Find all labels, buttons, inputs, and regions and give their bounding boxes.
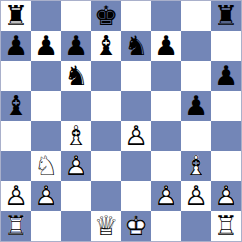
square-g8[interactable] xyxy=(181,1,211,31)
square-e3[interactable] xyxy=(121,151,151,181)
square-d5[interactable] xyxy=(91,91,121,121)
piece-outline: ♔ xyxy=(121,211,151,241)
piece-fill: ♟ xyxy=(211,61,241,91)
square-b6[interactable] xyxy=(31,61,61,91)
square-a3[interactable] xyxy=(1,151,31,181)
square-c2[interactable] xyxy=(61,181,91,211)
black-pawn[interactable]: ♟ xyxy=(1,31,31,61)
white-knight[interactable]: ♞♘ xyxy=(31,151,61,181)
black-pawn[interactable]: ♟ xyxy=(181,91,211,121)
square-f3[interactable] xyxy=(151,151,181,181)
square-h7[interactable] xyxy=(211,31,241,61)
square-d7[interactable]: ♝ xyxy=(91,31,121,61)
white-pawn[interactable]: ♟♙ xyxy=(181,181,211,211)
square-b8[interactable] xyxy=(31,1,61,31)
square-e8[interactable] xyxy=(121,1,151,31)
piece-outline: ♖ xyxy=(211,211,241,241)
square-b2[interactable]: ♟♙ xyxy=(31,181,61,211)
piece-outline: ♖ xyxy=(1,211,31,241)
white-pawn[interactable]: ♟♙ xyxy=(211,181,241,211)
square-d4[interactable] xyxy=(91,121,121,151)
square-h4[interactable] xyxy=(211,121,241,151)
piece-outline: ♙ xyxy=(121,121,151,151)
square-a7[interactable]: ♟ xyxy=(1,31,31,61)
square-c1[interactable] xyxy=(61,211,91,241)
piece-fill: ♝ xyxy=(1,91,31,121)
white-rook[interactable]: ♜♖ xyxy=(211,211,241,241)
black-bishop[interactable]: ♝ xyxy=(91,31,121,61)
square-c6[interactable]: ♞ xyxy=(61,61,91,91)
square-h3[interactable] xyxy=(211,151,241,181)
square-f7[interactable]: ♟ xyxy=(151,31,181,61)
square-c5[interactable] xyxy=(61,91,91,121)
black-pawn[interactable]: ♟ xyxy=(211,61,241,91)
piece-outline: ♙ xyxy=(211,181,241,211)
piece-fill: ♝ xyxy=(91,31,121,61)
piece-outline: ♕ xyxy=(91,211,121,241)
square-g4[interactable] xyxy=(181,121,211,151)
piece-outline: ♙ xyxy=(31,181,61,211)
black-rook[interactable]: ♜ xyxy=(211,1,241,31)
piece-outline: ♙ xyxy=(61,151,91,181)
piece-fill: ♟ xyxy=(61,31,91,61)
square-d2[interactable] xyxy=(91,181,121,211)
square-f1[interactable] xyxy=(151,211,181,241)
square-e1[interactable]: ♚♔ xyxy=(121,211,151,241)
white-pawn[interactable]: ♟♙ xyxy=(151,181,181,211)
square-f8[interactable] xyxy=(151,1,181,31)
square-c3[interactable]: ♟♙ xyxy=(61,151,91,181)
white-queen[interactable]: ♛♕ xyxy=(91,211,121,241)
white-pawn[interactable]: ♟♙ xyxy=(31,181,61,211)
square-h8[interactable]: ♜ xyxy=(211,1,241,31)
white-pawn[interactable]: ♟♙ xyxy=(121,121,151,151)
piece-outline: ♗ xyxy=(61,121,91,151)
square-f4[interactable] xyxy=(151,121,181,151)
piece-fill: ♜ xyxy=(211,1,241,31)
piece-outline: ♙ xyxy=(151,181,181,211)
square-e7[interactable]: ♞ xyxy=(121,31,151,61)
piece-outline: ♙ xyxy=(181,181,211,211)
square-g7[interactable] xyxy=(181,31,211,61)
square-g6[interactable] xyxy=(181,61,211,91)
piece-outline: ♙ xyxy=(1,181,31,211)
square-g2[interactable]: ♟♙ xyxy=(181,181,211,211)
piece-outline: ♗ xyxy=(181,151,211,181)
white-king[interactable]: ♚♔ xyxy=(121,211,151,241)
piece-fill: ♞ xyxy=(61,61,91,91)
square-e2[interactable] xyxy=(121,181,151,211)
piece-fill: ♟ xyxy=(31,31,61,61)
square-a1[interactable]: ♜♖ xyxy=(1,211,31,241)
piece-fill: ♞ xyxy=(121,31,151,61)
square-g5[interactable]: ♟ xyxy=(181,91,211,121)
black-knight[interactable]: ♞ xyxy=(61,61,91,91)
square-b7[interactable]: ♟ xyxy=(31,31,61,61)
square-e6[interactable] xyxy=(121,61,151,91)
square-f2[interactable]: ♟♙ xyxy=(151,181,181,211)
square-d3[interactable] xyxy=(91,151,121,181)
black-king[interactable]: ♚ xyxy=(91,1,121,31)
square-f5[interactable] xyxy=(151,91,181,121)
piece-outline: ♘ xyxy=(31,151,61,181)
piece-fill: ♟ xyxy=(1,31,31,61)
square-c7[interactable]: ♟ xyxy=(61,31,91,61)
piece-fill: ♟ xyxy=(151,31,181,61)
black-pawn[interactable]: ♟ xyxy=(151,31,181,61)
square-h1[interactable]: ♜♖ xyxy=(211,211,241,241)
black-pawn[interactable]: ♟ xyxy=(61,31,91,61)
square-d6[interactable] xyxy=(91,61,121,91)
square-c4[interactable]: ♝♗ xyxy=(61,121,91,151)
square-e5[interactable] xyxy=(121,91,151,121)
white-bishop[interactable]: ♝♗ xyxy=(181,151,211,181)
square-b4[interactable] xyxy=(31,121,61,151)
square-f6[interactable] xyxy=(151,61,181,91)
square-b3[interactable]: ♞♘ xyxy=(31,151,61,181)
square-h5[interactable] xyxy=(211,91,241,121)
square-g3[interactable]: ♝♗ xyxy=(181,151,211,181)
square-b5[interactable] xyxy=(31,91,61,121)
chess-board: ♜♚♜♟♟♟♝♞♟♞♟♝♟♝♗♟♙♞♘♟♙♝♗♟♙♟♙♟♙♟♙♟♙♜♖♛♕♚♔♜… xyxy=(0,0,242,242)
square-g1[interactable] xyxy=(181,211,211,241)
black-bishop[interactable]: ♝ xyxy=(1,91,31,121)
square-d1[interactable]: ♛♕ xyxy=(91,211,121,241)
square-a2[interactable]: ♟♙ xyxy=(1,181,31,211)
piece-fill: ♜ xyxy=(1,1,31,31)
square-a8[interactable]: ♜ xyxy=(1,1,31,31)
square-d8[interactable]: ♚ xyxy=(91,1,121,31)
square-h6[interactable]: ♟ xyxy=(211,61,241,91)
white-pawn[interactable]: ♟♙ xyxy=(61,151,91,181)
square-e4[interactable]: ♟♙ xyxy=(121,121,151,151)
square-a5[interactable]: ♝ xyxy=(1,91,31,121)
square-h2[interactable]: ♟♙ xyxy=(211,181,241,211)
black-knight[interactable]: ♞ xyxy=(121,31,151,61)
white-rook[interactable]: ♜♖ xyxy=(1,211,31,241)
piece-fill: ♚ xyxy=(91,1,121,31)
square-c8[interactable] xyxy=(61,1,91,31)
square-a4[interactable] xyxy=(1,121,31,151)
black-pawn[interactable]: ♟ xyxy=(31,31,61,61)
black-rook[interactable]: ♜ xyxy=(1,1,31,31)
square-a6[interactable] xyxy=(1,61,31,91)
white-pawn[interactable]: ♟♙ xyxy=(1,181,31,211)
white-bishop[interactable]: ♝♗ xyxy=(61,121,91,151)
square-b1[interactable] xyxy=(31,211,61,241)
piece-fill: ♟ xyxy=(181,91,211,121)
